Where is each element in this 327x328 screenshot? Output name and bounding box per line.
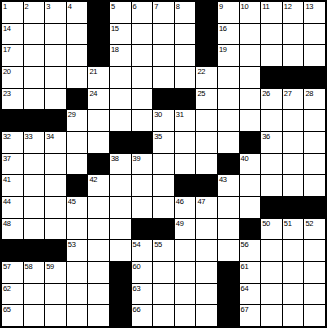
cell-r13c9[interactable] [175, 262, 196, 283]
cell-r3c14[interactable] [283, 45, 304, 66]
cell-r12c15[interactable] [304, 240, 325, 261]
black-square-r11c12 [240, 219, 261, 240]
black-square-r6c3 [45, 110, 66, 131]
cell-r8c2[interactable] [24, 154, 45, 175]
cell-r9c7[interactable] [132, 175, 153, 196]
cell-r15c14[interactable] [283, 305, 304, 326]
clue-number-20: 20 [3, 67, 11, 76]
black-square-r2c5 [88, 24, 109, 45]
cell-r6c15[interactable] [304, 110, 325, 131]
clue-number-2: 2 [25, 2, 29, 11]
black-square-r3c5 [88, 45, 109, 66]
cell-r5c13[interactable]: 26 [261, 89, 282, 110]
black-square-r12c2 [24, 240, 45, 261]
clue-number-40: 40 [241, 154, 249, 163]
cell-r13c1[interactable]: 57 [2, 262, 23, 283]
black-square-r6c1 [2, 110, 23, 131]
cell-r15c9[interactable] [175, 305, 196, 326]
cell-r7c1[interactable]: 32 [2, 132, 23, 153]
cell-r3c12[interactable] [240, 45, 261, 66]
cell-r14c3[interactable] [45, 284, 66, 305]
cell-r1c11[interactable]: 9 [218, 2, 239, 23]
clue-number-62: 62 [3, 284, 11, 293]
cell-r7c13[interactable]: 36 [261, 132, 282, 153]
cell-r4c3[interactable] [45, 67, 66, 88]
cell-r4c5[interactable]: 21 [88, 67, 109, 88]
cell-r15c2[interactable] [24, 305, 45, 326]
clue-number-21: 21 [89, 67, 97, 76]
black-square-r15c6 [110, 305, 131, 326]
cell-r2c6[interactable]: 15 [110, 24, 131, 45]
cell-r4c4[interactable] [67, 67, 88, 88]
cell-r6c4[interactable]: 29 [67, 110, 88, 131]
cell-r11c4[interactable] [67, 219, 88, 240]
cell-r14c9[interactable] [175, 284, 196, 305]
cell-r9c3[interactable] [45, 175, 66, 196]
clue-number-3: 3 [46, 2, 50, 11]
cell-r1c13[interactable]: 11 [261, 2, 282, 23]
clue-number-60: 60 [133, 262, 141, 271]
clue-number-43: 43 [219, 175, 227, 184]
cell-r1c4[interactable]: 4 [67, 2, 88, 23]
cell-r14c15[interactable] [304, 284, 325, 305]
cell-r9c5[interactable]: 42 [88, 175, 109, 196]
cell-r7c9[interactable] [175, 132, 196, 153]
clue-number-1: 1 [3, 2, 7, 11]
cell-r13c8[interactable] [153, 262, 174, 283]
clue-number-11: 11 [262, 2, 269, 11]
cell-r8c3[interactable] [45, 154, 66, 175]
black-square-r4c14 [283, 67, 304, 88]
clue-number-66: 66 [133, 305, 141, 314]
black-square-r9c10 [196, 175, 217, 196]
cell-r14c13[interactable] [261, 284, 282, 305]
cell-r12c10[interactable] [196, 240, 217, 261]
cell-r3c11[interactable]: 19 [218, 45, 239, 66]
clue-number-32: 32 [3, 132, 11, 141]
cell-r1c9[interactable]: 8 [175, 2, 196, 23]
clue-number-37: 37 [3, 154, 11, 163]
cell-r5c14[interactable]: 27 [283, 89, 304, 110]
clue-number-23: 23 [3, 89, 11, 98]
cell-r8c9[interactable] [175, 154, 196, 175]
cell-r7c5[interactable] [88, 132, 109, 153]
clue-number-4: 4 [68, 2, 72, 11]
clue-number-46: 46 [176, 197, 184, 206]
clue-number-49: 49 [176, 219, 184, 228]
clue-number-28: 28 [305, 89, 313, 98]
cell-r3c15[interactable] [304, 45, 325, 66]
cell-r6c10[interactable] [196, 110, 217, 131]
black-square-r7c7 [132, 132, 153, 153]
clue-number-52: 52 [305, 219, 313, 228]
cell-r15c3[interactable] [45, 305, 66, 326]
cell-r8c6[interactable]: 38 [110, 154, 131, 175]
cell-r2c12[interactable] [240, 24, 261, 45]
cell-r1c8[interactable]: 7 [153, 2, 174, 23]
clue-number-19: 19 [219, 45, 227, 54]
cell-r7c14[interactable] [283, 132, 304, 153]
cell-r7c3[interactable]: 34 [45, 132, 66, 153]
cell-r2c8[interactable] [153, 24, 174, 45]
cell-r10c3[interactable] [45, 197, 66, 218]
cell-r7c2[interactable]: 33 [24, 132, 45, 153]
cell-r15c10[interactable] [196, 305, 217, 326]
cell-r3c13[interactable] [261, 45, 282, 66]
clue-number-29: 29 [68, 110, 76, 119]
cell-r5c2[interactable] [24, 89, 45, 110]
cell-r13c3[interactable]: 59 [45, 262, 66, 283]
black-square-r11c8 [153, 219, 174, 240]
cell-r8c12[interactable]: 40 [240, 154, 261, 175]
cell-r9c2[interactable] [24, 175, 45, 196]
clue-number-44: 44 [3, 197, 11, 206]
black-square-r10c15 [304, 197, 325, 218]
clue-number-17: 17 [3, 45, 11, 54]
cell-r12c9[interactable] [175, 240, 196, 261]
cell-r5c7[interactable] [132, 89, 153, 110]
cell-r11c13[interactable]: 50 [261, 219, 282, 240]
clue-number-8: 8 [176, 2, 180, 11]
cell-r4c1[interactable]: 20 [2, 67, 23, 88]
clue-number-15: 15 [111, 24, 119, 33]
clue-number-65: 65 [3, 305, 11, 314]
clue-number-38: 38 [111, 154, 119, 163]
cell-r4c12[interactable] [240, 67, 261, 88]
clue-number-22: 22 [197, 67, 205, 76]
cell-r4c10[interactable]: 22 [196, 67, 217, 88]
cell-r2c11[interactable]: 16 [218, 24, 239, 45]
cell-r6c7[interactable] [132, 110, 153, 131]
cell-r6c5[interactable] [88, 110, 109, 131]
cell-r12c7[interactable]: 54 [132, 240, 153, 261]
cell-r11c14[interactable]: 51 [283, 219, 304, 240]
cell-r12c6[interactable] [110, 240, 131, 261]
black-square-r10c13 [261, 197, 282, 218]
cell-r6c11[interactable] [218, 110, 239, 131]
clue-number-25: 25 [197, 89, 205, 98]
cell-r12c8[interactable]: 55 [153, 240, 174, 261]
cell-r12c5[interactable] [88, 240, 109, 261]
cell-r2c9[interactable] [175, 24, 196, 45]
cell-r10c5[interactable] [88, 197, 109, 218]
clue-number-42: 42 [89, 175, 97, 184]
black-square-r12c3 [45, 240, 66, 261]
cell-r4c6[interactable] [110, 67, 131, 88]
cell-r15c4[interactable] [67, 305, 88, 326]
cell-r8c10[interactable] [196, 154, 217, 175]
cell-r1c6[interactable]: 5 [110, 2, 131, 23]
cell-r6c12[interactable] [240, 110, 261, 131]
cell-r14c7[interactable]: 63 [132, 284, 153, 305]
cell-r1c14[interactable]: 12 [283, 2, 304, 23]
cell-r5c12[interactable] [240, 89, 261, 110]
cell-r5c15[interactable]: 28 [304, 89, 325, 110]
cell-r10c8[interactable] [153, 197, 174, 218]
cell-r7c11[interactable] [218, 132, 239, 153]
cell-r13c2[interactable]: 58 [24, 262, 45, 283]
cell-r13c12[interactable]: 61 [240, 262, 261, 283]
cell-r5c5[interactable]: 24 [88, 89, 109, 110]
black-square-r12c1 [2, 240, 23, 261]
black-square-r13c6 [110, 262, 131, 283]
cell-r13c4[interactable] [67, 262, 88, 283]
cell-r11c3[interactable] [45, 219, 66, 240]
cell-r10c9[interactable]: 46 [175, 197, 196, 218]
clue-number-45: 45 [68, 197, 76, 206]
cell-r5c3[interactable] [45, 89, 66, 110]
cell-r2c13[interactable] [261, 24, 282, 45]
cell-r9c6[interactable] [110, 175, 131, 196]
cell-r3c1[interactable]: 17 [2, 45, 23, 66]
clue-number-59: 59 [46, 262, 54, 271]
clue-number-14: 14 [3, 24, 11, 33]
cell-r14c14[interactable] [283, 284, 304, 305]
clue-number-27: 27 [284, 89, 292, 98]
clue-number-5: 5 [111, 2, 115, 11]
cell-r4c11[interactable] [218, 67, 239, 88]
black-square-r7c6 [110, 132, 131, 153]
clue-number-67: 67 [241, 305, 249, 314]
clue-number-41: 41 [3, 175, 11, 184]
cell-r14c1[interactable]: 62 [2, 284, 23, 305]
cell-r4c8[interactable] [153, 67, 174, 88]
cell-r10c6[interactable] [110, 197, 131, 218]
cell-r8c13[interactable] [261, 154, 282, 175]
cell-r12c12[interactable]: 56 [240, 240, 261, 261]
cell-r9c12[interactable] [240, 175, 261, 196]
cell-r10c12[interactable] [240, 197, 261, 218]
clue-number-47: 47 [197, 197, 205, 206]
cell-r3c2[interactable] [24, 45, 45, 66]
black-square-r14c11 [218, 284, 239, 305]
crossword-grid: 1234567891011121314151617181920212223242… [0, 0, 327, 328]
clue-number-7: 7 [154, 2, 158, 11]
black-square-r8c11 [218, 154, 239, 175]
cell-r4c9[interactable] [175, 67, 196, 88]
clue-number-51: 51 [284, 219, 292, 228]
cell-r1c12[interactable]: 10 [240, 2, 261, 23]
black-square-r2c10 [196, 24, 217, 45]
black-square-r14c6 [110, 284, 131, 305]
cell-r15c5[interactable] [88, 305, 109, 326]
cell-r8c7[interactable]: 39 [132, 154, 153, 175]
cell-r13c7[interactable]: 60 [132, 262, 153, 283]
cell-r10c11[interactable] [218, 197, 239, 218]
black-square-r13c11 [218, 262, 239, 283]
cell-r11c2[interactable] [24, 219, 45, 240]
black-square-r9c4 [67, 175, 88, 196]
cell-r12c4[interactable]: 53 [67, 240, 88, 261]
cell-r13c14[interactable] [283, 262, 304, 283]
cell-r8c1[interactable]: 37 [2, 154, 23, 175]
cell-r9c11[interactable]: 43 [218, 175, 239, 196]
cell-r11c15[interactable]: 52 [304, 219, 325, 240]
clue-number-56: 56 [241, 240, 249, 249]
cell-r7c8[interactable]: 35 [153, 132, 174, 153]
cell-r8c8[interactable] [153, 154, 174, 175]
clue-number-34: 34 [46, 132, 54, 141]
clue-number-6: 6 [133, 2, 137, 11]
cell-r8c15[interactable] [304, 154, 325, 175]
black-square-r1c10 [196, 2, 217, 23]
cell-r6c6[interactable] [110, 110, 131, 131]
black-square-r7c12 [240, 132, 261, 153]
cell-r2c4[interactable] [67, 24, 88, 45]
clue-number-33: 33 [25, 132, 33, 141]
cell-r10c1[interactable]: 44 [2, 197, 23, 218]
cell-r11c9[interactable]: 49 [175, 219, 196, 240]
cell-r8c4[interactable] [67, 154, 88, 175]
cell-r9c15[interactable] [304, 175, 325, 196]
cell-r2c15[interactable] [304, 24, 325, 45]
cell-r1c2[interactable]: 2 [24, 2, 45, 23]
cell-r5c1[interactable]: 23 [2, 89, 23, 110]
cell-r13c15[interactable] [304, 262, 325, 283]
cell-r9c13[interactable] [261, 175, 282, 196]
clue-number-54: 54 [133, 240, 141, 249]
cell-r1c1[interactable]: 1 [2, 2, 23, 23]
cell-r7c15[interactable] [304, 132, 325, 153]
cell-r15c15[interactable] [304, 305, 325, 326]
cell-r1c15[interactable]: 13 [304, 2, 325, 23]
clue-number-9: 9 [219, 2, 223, 11]
cell-r11c1[interactable]: 48 [2, 219, 23, 240]
black-square-r5c8 [153, 89, 174, 110]
black-square-r3c10 [196, 45, 217, 66]
clue-number-57: 57 [3, 262, 11, 271]
black-square-r5c9 [175, 89, 196, 110]
clue-number-10: 10 [241, 2, 249, 11]
cell-r7c4[interactable] [67, 132, 88, 153]
cell-r2c2[interactable] [24, 24, 45, 45]
cell-r3c6[interactable]: 18 [110, 45, 131, 66]
cell-r3c9[interactable] [175, 45, 196, 66]
cell-r12c13[interactable] [261, 240, 282, 261]
cell-r9c14[interactable] [283, 175, 304, 196]
cell-r5c11[interactable] [218, 89, 239, 110]
cell-r6c13[interactable] [261, 110, 282, 131]
cell-r11c11[interactable] [218, 219, 239, 240]
cell-r2c7[interactable] [132, 24, 153, 45]
cell-r14c10[interactable] [196, 284, 217, 305]
cell-r6c14[interactable] [283, 110, 304, 131]
black-square-r1c5 [88, 2, 109, 23]
cell-r14c4[interactable] [67, 284, 88, 305]
black-square-r6c2 [24, 110, 45, 131]
cell-r14c12[interactable]: 64 [240, 284, 261, 305]
cell-r11c6[interactable] [110, 219, 131, 240]
cell-r8c14[interactable] [283, 154, 304, 175]
cell-r3c3[interactable] [45, 45, 66, 66]
cell-r4c2[interactable] [24, 67, 45, 88]
clue-number-13: 13 [305, 2, 313, 11]
cell-r12c11[interactable] [218, 240, 239, 261]
cell-r15c1[interactable]: 65 [2, 305, 23, 326]
clue-number-63: 63 [133, 284, 141, 293]
cell-r15c7[interactable]: 66 [132, 305, 153, 326]
clue-number-31: 31 [176, 110, 184, 119]
clue-number-36: 36 [262, 132, 270, 141]
cell-r5c10[interactable]: 25 [196, 89, 217, 110]
clue-number-55: 55 [154, 240, 162, 249]
cell-r2c3[interactable] [45, 24, 66, 45]
cell-r10c2[interactable] [24, 197, 45, 218]
cell-r12c14[interactable] [283, 240, 304, 261]
black-square-r9c9 [175, 175, 196, 196]
cell-r14c2[interactable] [24, 284, 45, 305]
black-square-r8c5 [88, 154, 109, 175]
cell-r2c1[interactable]: 14 [2, 24, 23, 45]
cell-r14c8[interactable] [153, 284, 174, 305]
black-square-r4c15 [304, 67, 325, 88]
cell-r11c5[interactable] [88, 219, 109, 240]
clue-number-61: 61 [241, 262, 249, 271]
black-square-r11c7 [132, 219, 153, 240]
cell-r10c7[interactable] [132, 197, 153, 218]
clue-number-35: 35 [154, 132, 162, 141]
cell-r5c6[interactable] [110, 89, 131, 110]
clue-number-18: 18 [111, 45, 119, 54]
cell-r3c8[interactable] [153, 45, 174, 66]
cell-r2c14[interactable] [283, 24, 304, 45]
clue-number-30: 30 [154, 110, 162, 119]
black-square-r15c11 [218, 305, 239, 326]
clue-number-58: 58 [25, 262, 33, 271]
cell-r1c7[interactable]: 6 [132, 2, 153, 23]
cell-r13c5[interactable] [88, 262, 109, 283]
clue-number-53: 53 [68, 240, 76, 249]
clue-number-12: 12 [284, 2, 292, 11]
cell-r10c4[interactable]: 45 [67, 197, 88, 218]
cell-r3c4[interactable] [67, 45, 88, 66]
clue-number-50: 50 [262, 219, 270, 228]
black-square-r5c4 [67, 89, 88, 110]
black-square-r4c13 [261, 67, 282, 88]
cell-r6c8[interactable]: 30 [153, 110, 174, 131]
cell-r3c7[interactable] [132, 45, 153, 66]
cell-r10c10[interactable]: 47 [196, 197, 217, 218]
clue-number-39: 39 [133, 154, 141, 163]
cell-r11c10[interactable] [196, 219, 217, 240]
cell-r6c9[interactable]: 31 [175, 110, 196, 131]
cell-r13c13[interactable] [261, 262, 282, 283]
cell-r9c1[interactable]: 41 [2, 175, 23, 196]
clue-number-64: 64 [241, 284, 249, 293]
clue-number-16: 16 [219, 24, 227, 33]
clue-number-48: 48 [3, 219, 11, 228]
black-square-r10c14 [283, 197, 304, 218]
cell-r7c10[interactable] [196, 132, 217, 153]
cell-r15c8[interactable] [153, 305, 174, 326]
cell-r9c8[interactable] [153, 175, 174, 196]
cell-r14c5[interactable] [88, 284, 109, 305]
cell-r15c13[interactable] [261, 305, 282, 326]
cell-r1c3[interactable]: 3 [45, 2, 66, 23]
clue-number-26: 26 [262, 89, 270, 98]
cell-r4c7[interactable] [132, 67, 153, 88]
cell-r15c12[interactable]: 67 [240, 305, 261, 326]
clue-number-24: 24 [89, 89, 97, 98]
cell-r13c10[interactable] [196, 262, 217, 283]
